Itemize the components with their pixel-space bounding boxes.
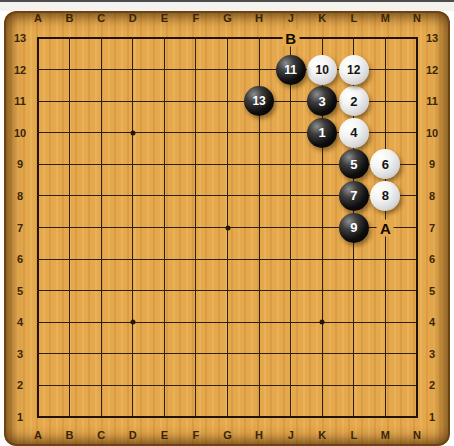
stone-white-10[interactable]: 10 (307, 55, 337, 85)
star-point (320, 320, 325, 325)
stone-black-11[interactable]: 11 (276, 55, 306, 85)
grid-line-vertical (290, 37, 291, 418)
column-label-bottom: L (350, 430, 357, 441)
column-label-top: K (318, 13, 326, 24)
column-label-top: J (288, 13, 294, 24)
row-label-right: 10 (426, 127, 438, 138)
stone-white-6[interactable]: 6 (370, 149, 400, 179)
row-label-left: 9 (17, 159, 23, 170)
stone-white-12[interactable]: 12 (339, 55, 369, 85)
star-point (225, 225, 230, 230)
column-label-bottom: D (129, 430, 137, 441)
go-board[interactable]: AABBCCDDEEFFGGHHJJKKLLMMNN13131212111110… (4, 11, 450, 446)
column-label-top: D (129, 13, 137, 24)
star-point (130, 320, 135, 325)
stone-black-13[interactable]: 13 (244, 86, 274, 116)
row-label-left: 1 (17, 412, 23, 423)
column-label-bottom: F (193, 430, 200, 441)
column-label-bottom: H (255, 430, 263, 441)
grid-line-horizontal (37, 353, 418, 354)
stone-black-7[interactable]: 7 (339, 181, 369, 211)
window-top-strip (0, 0, 454, 11)
row-label-left: 8 (17, 190, 23, 201)
row-label-right: 12 (426, 64, 438, 75)
stone-black-1[interactable]: 1 (307, 118, 337, 148)
row-label-left: 6 (17, 254, 23, 265)
row-label-left: 3 (17, 348, 23, 359)
go-diagram-screen: AABBCCDDEEFFGGHHJJKKLLMMNN13131212111110… (0, 0, 454, 446)
column-label-top: E (161, 13, 168, 24)
column-label-bottom: B (66, 430, 74, 441)
row-label-left: 5 (17, 285, 23, 296)
column-label-bottom: K (318, 430, 326, 441)
marker-label-a[interactable]: A (377, 219, 394, 236)
row-label-right: 4 (429, 317, 435, 328)
row-label-right: 5 (429, 285, 435, 296)
column-label-bottom: G (223, 430, 232, 441)
row-label-right: 7 (429, 222, 435, 233)
column-label-top: C (97, 13, 105, 24)
row-label-left: 2 (17, 380, 23, 391)
row-label-left: 13 (14, 33, 26, 44)
stone-black-5[interactable]: 5 (339, 149, 369, 179)
column-label-top: M (381, 13, 390, 24)
row-label-left: 4 (17, 317, 23, 328)
marker-label-b[interactable]: B (282, 30, 299, 47)
row-label-left: 11 (14, 96, 26, 107)
column-label-top: A (34, 13, 42, 24)
column-label-bottom: C (97, 430, 105, 441)
row-label-left: 10 (14, 127, 26, 138)
column-label-top: F (193, 13, 200, 24)
column-label-bottom: J (288, 430, 294, 441)
grid-line-horizontal (37, 416, 418, 418)
grid-line-horizontal (37, 290, 418, 291)
grid-line-horizontal (37, 259, 418, 260)
row-label-left: 7 (17, 222, 23, 233)
stone-white-8[interactable]: 8 (370, 181, 400, 211)
stone-black-3[interactable]: 3 (307, 86, 337, 116)
grid-line-horizontal (37, 322, 418, 323)
row-label-right: 11 (426, 96, 438, 107)
stone-white-4[interactable]: 4 (339, 118, 369, 148)
column-label-top: N (413, 13, 421, 24)
row-label-right: 8 (429, 190, 435, 201)
column-label-top: H (255, 13, 263, 24)
stone-black-9[interactable]: 9 (339, 213, 369, 243)
row-label-right: 3 (429, 348, 435, 359)
grid-line-vertical (416, 37, 418, 418)
stone-white-2[interactable]: 2 (339, 86, 369, 116)
row-label-right: 9 (429, 159, 435, 170)
row-label-right: 6 (429, 254, 435, 265)
column-label-bottom: A (34, 430, 42, 441)
column-label-top: L (350, 13, 357, 24)
column-label-bottom: N (413, 430, 421, 441)
row-label-right: 13 (426, 33, 438, 44)
column-label-bottom: M (381, 430, 390, 441)
grid-line-horizontal (37, 385, 418, 386)
row-label-right: 1 (429, 412, 435, 423)
row-label-left: 12 (14, 64, 26, 75)
column-label-top: G (223, 13, 232, 24)
column-label-bottom: E (161, 430, 168, 441)
column-label-top: B (66, 13, 74, 24)
row-label-right: 2 (429, 380, 435, 391)
star-point (130, 130, 135, 135)
